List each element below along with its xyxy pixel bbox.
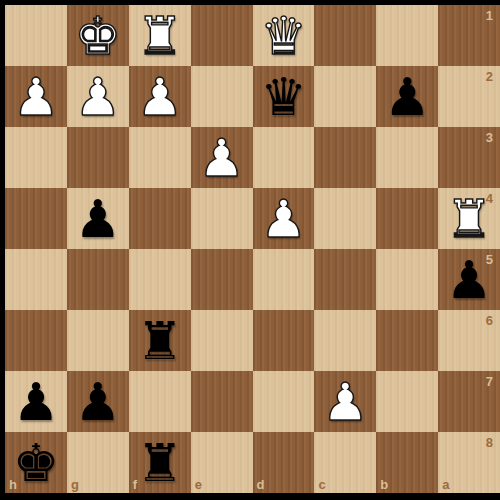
square-f5[interactable] bbox=[129, 249, 191, 310]
square-h5[interactable] bbox=[5, 249, 67, 310]
square-h7[interactable]: ♟ bbox=[5, 371, 67, 432]
piece-white-king[interactable]: ♚ bbox=[75, 10, 122, 62]
square-b4[interactable] bbox=[376, 188, 438, 249]
piece-black-queen[interactable]: ♛ bbox=[260, 71, 307, 123]
square-c6[interactable] bbox=[314, 310, 376, 371]
square-d3[interactable] bbox=[253, 127, 315, 188]
square-c7[interactable]: ♟ bbox=[314, 371, 376, 432]
square-c5[interactable] bbox=[314, 249, 376, 310]
piece-black-king[interactable]: ♚ bbox=[13, 437, 60, 489]
square-a2[interactable]: 2 bbox=[438, 66, 500, 127]
file-label-d: d bbox=[257, 478, 265, 491]
square-h8[interactable]: h♚ bbox=[5, 432, 67, 493]
file-label-g: g bbox=[71, 478, 79, 491]
square-c2[interactable] bbox=[314, 66, 376, 127]
square-e7[interactable] bbox=[191, 371, 253, 432]
piece-black-pawn[interactable]: ♟ bbox=[384, 71, 431, 123]
square-h1[interactable] bbox=[5, 5, 67, 66]
square-a4[interactable]: 4♜ bbox=[438, 188, 500, 249]
rank-label-6: 6 bbox=[486, 314, 493, 327]
file-label-a: a bbox=[442, 478, 449, 491]
piece-black-pawn[interactable]: ♟ bbox=[75, 376, 122, 428]
square-g1[interactable]: ♚ bbox=[67, 5, 129, 66]
square-g7[interactable]: ♟ bbox=[67, 371, 129, 432]
piece-white-queen[interactable]: ♛ bbox=[260, 10, 307, 62]
page-background: ♚♜♛1♟♟♟♛♟2♟3♟♟4♜5♟♜6♟♟♟7h♚gf♜edcb8a bbox=[0, 0, 500, 500]
piece-black-rook[interactable]: ♜ bbox=[136, 437, 183, 489]
file-label-b: b bbox=[380, 478, 388, 491]
square-e6[interactable] bbox=[191, 310, 253, 371]
square-c4[interactable] bbox=[314, 188, 376, 249]
square-d2[interactable]: ♛ bbox=[253, 66, 315, 127]
square-b7[interactable] bbox=[376, 371, 438, 432]
square-b1[interactable] bbox=[376, 5, 438, 66]
piece-white-pawn[interactable]: ♟ bbox=[75, 71, 122, 123]
rank-label-4: 4 bbox=[486, 192, 493, 205]
square-e8[interactable]: e bbox=[191, 432, 253, 493]
piece-black-pawn[interactable]: ♟ bbox=[13, 376, 60, 428]
square-d8[interactable]: d bbox=[253, 432, 315, 493]
square-f8[interactable]: f♜ bbox=[129, 432, 191, 493]
square-g6[interactable] bbox=[67, 310, 129, 371]
square-b2[interactable]: ♟ bbox=[376, 66, 438, 127]
square-g3[interactable] bbox=[67, 127, 129, 188]
square-a8[interactable]: 8a bbox=[438, 432, 500, 493]
square-d1[interactable]: ♛ bbox=[253, 5, 315, 66]
piece-white-pawn[interactable]: ♟ bbox=[136, 71, 183, 123]
piece-white-pawn[interactable]: ♟ bbox=[13, 71, 60, 123]
square-b6[interactable] bbox=[376, 310, 438, 371]
square-g2[interactable]: ♟ bbox=[67, 66, 129, 127]
square-e5[interactable] bbox=[191, 249, 253, 310]
rank-label-7: 7 bbox=[486, 375, 493, 388]
square-e3[interactable]: ♟ bbox=[191, 127, 253, 188]
square-c1[interactable] bbox=[314, 5, 376, 66]
file-label-h: h bbox=[9, 478, 17, 491]
square-a5[interactable]: 5♟ bbox=[438, 249, 500, 310]
rank-label-2: 2 bbox=[486, 70, 493, 83]
rank-label-5: 5 bbox=[486, 253, 493, 266]
piece-white-pawn[interactable]: ♟ bbox=[260, 193, 307, 245]
piece-white-pawn[interactable]: ♟ bbox=[322, 376, 369, 428]
square-h2[interactable]: ♟ bbox=[5, 66, 67, 127]
piece-black-pawn[interactable]: ♟ bbox=[75, 193, 122, 245]
square-c8[interactable]: c bbox=[314, 432, 376, 493]
square-b8[interactable]: b bbox=[376, 432, 438, 493]
square-a3[interactable]: 3 bbox=[438, 127, 500, 188]
piece-white-rook[interactable]: ♜ bbox=[136, 10, 183, 62]
square-h3[interactable] bbox=[5, 127, 67, 188]
square-c3[interactable] bbox=[314, 127, 376, 188]
file-label-c: c bbox=[318, 478, 325, 491]
square-a1[interactable]: 1 bbox=[438, 5, 500, 66]
square-a7[interactable]: 7 bbox=[438, 371, 500, 432]
square-f7[interactable] bbox=[129, 371, 191, 432]
square-f6[interactable]: ♜ bbox=[129, 310, 191, 371]
chess-board: ♚♜♛1♟♟♟♛♟2♟3♟♟4♜5♟♜6♟♟♟7h♚gf♜edcb8a bbox=[5, 5, 500, 493]
rank-label-8: 8 bbox=[486, 436, 493, 449]
square-d6[interactable] bbox=[253, 310, 315, 371]
file-label-e: e bbox=[195, 478, 202, 491]
piece-black-rook[interactable]: ♜ bbox=[136, 315, 183, 367]
square-d4[interactable]: ♟ bbox=[253, 188, 315, 249]
square-d7[interactable] bbox=[253, 371, 315, 432]
rank-label-1: 1 bbox=[486, 9, 493, 22]
square-e1[interactable] bbox=[191, 5, 253, 66]
square-g4[interactable]: ♟ bbox=[67, 188, 129, 249]
square-e4[interactable] bbox=[191, 188, 253, 249]
square-h4[interactable] bbox=[5, 188, 67, 249]
square-h6[interactable] bbox=[5, 310, 67, 371]
square-d5[interactable] bbox=[253, 249, 315, 310]
square-e2[interactable] bbox=[191, 66, 253, 127]
square-a6[interactable]: 6 bbox=[438, 310, 500, 371]
square-b3[interactable] bbox=[376, 127, 438, 188]
square-g8[interactable]: g bbox=[67, 432, 129, 493]
square-g5[interactable] bbox=[67, 249, 129, 310]
square-f1[interactable]: ♜ bbox=[129, 5, 191, 66]
square-f4[interactable] bbox=[129, 188, 191, 249]
file-label-f: f bbox=[133, 478, 137, 491]
square-b5[interactable] bbox=[376, 249, 438, 310]
rank-label-3: 3 bbox=[486, 131, 493, 144]
square-f3[interactable] bbox=[129, 127, 191, 188]
square-f2[interactable]: ♟ bbox=[129, 66, 191, 127]
piece-white-pawn[interactable]: ♟ bbox=[198, 132, 245, 184]
